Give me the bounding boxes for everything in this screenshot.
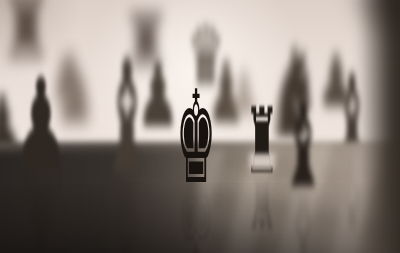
rook-blur-back-left: ♜	[122, 2, 171, 80]
board-bottom-fade	[0, 183, 400, 253]
rook-right: ♜	[245, 96, 279, 186]
rook-blur-topleft-corner: ♜	[0, 0, 53, 74]
pawn-blur-back-3: ♟	[227, 62, 260, 124]
pawn-blur-back-1: ♟	[136, 52, 179, 140]
bishop-tall-left: ♝	[99, 40, 155, 195]
board-left-shadow	[0, 150, 400, 253]
king-focal: ♚	[176, 74, 216, 202]
knight-blur-right: ♞	[265, 30, 321, 155]
chessboard-checker-pattern	[198, 138, 400, 253]
queen-blur-back: ♛	[188, 16, 225, 98]
bishop-right-reflection: ♝	[280, 157, 325, 253]
right-edge-vignette	[358, 0, 400, 253]
pawn-blur-far-right: ♟	[317, 45, 356, 117]
scene: ♜♞♜♟♛♟♟♞♟♝♟♚♜♝♟♝♝♟♝♚♜▄♝	[0, 0, 400, 253]
king-reflection: ♚	[177, 152, 215, 253]
top-left-corner-shade	[0, 0, 400, 253]
rook-right-reflection: ♜	[245, 150, 278, 238]
pawn-left: ♟	[12, 62, 69, 190]
top-right-corner-shade	[344, 0, 400, 46]
bishop-right: ♝	[279, 87, 326, 204]
bishop-blur-far-right: ♝	[330, 60, 373, 175]
bishop-far-right-reflection: ♝	[331, 130, 372, 240]
chessboard-surface	[0, 142, 400, 253]
pawn-blur-left-edge: ♟	[0, 85, 24, 165]
pawn-blur-back-2: ♟	[207, 50, 245, 135]
background-gradient	[0, 0, 400, 253]
knight-blur-left: ♞	[46, 38, 100, 138]
bishop-tall-left-reflection: ♝	[100, 134, 154, 253]
rook-collar-band: ▄	[250, 142, 274, 166]
pawn-left-reflection: ♟	[13, 140, 69, 253]
background-glow-behind-king	[0, 0, 400, 253]
